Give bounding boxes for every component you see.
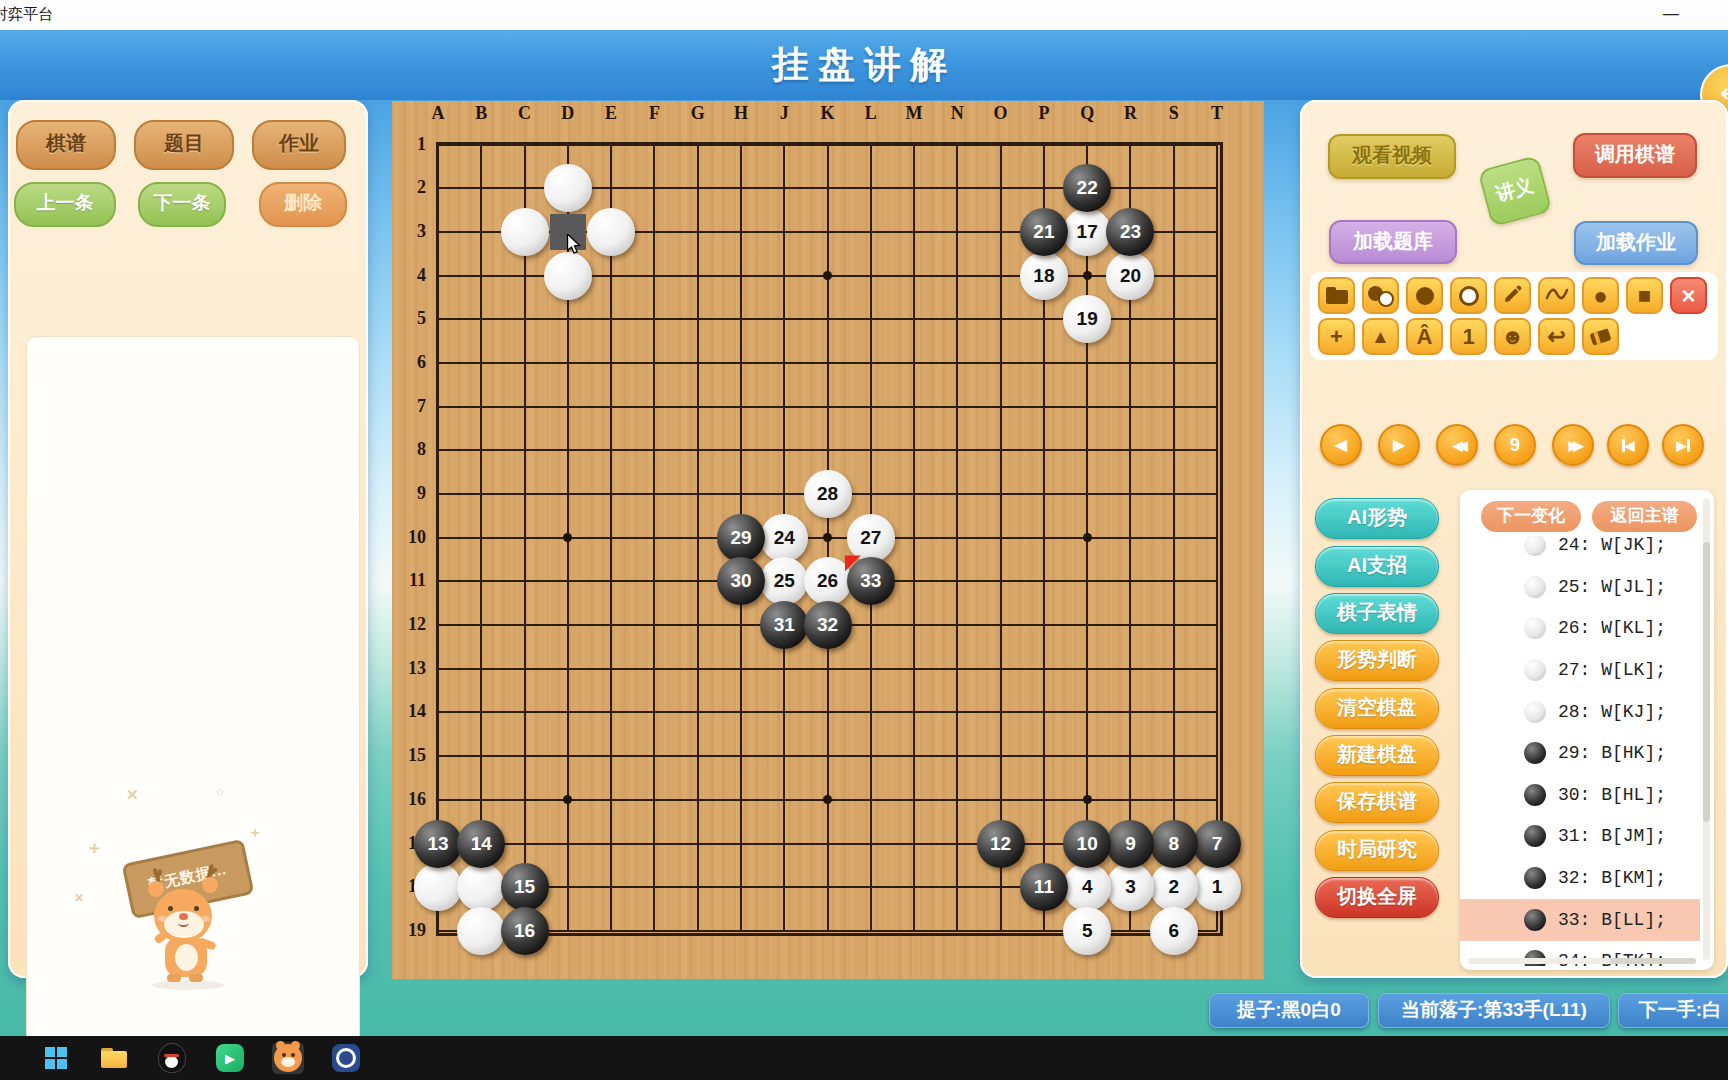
move-list-item[interactable]: 25: W[JL];: [1460, 566, 1700, 608]
stone-number: 25: [774, 570, 795, 592]
board-col-label: R: [1121, 103, 1139, 124]
next-player-status: 下一手:白: [1618, 993, 1728, 1028]
white-stone-icon: [1524, 701, 1546, 723]
number-1-glyph: 1: [1462, 326, 1474, 348]
star-point: [1083, 533, 1092, 542]
stone-P3[interactable]: 21: [1020, 208, 1068, 256]
smiley-icon[interactable]: ☻: [1494, 318, 1531, 355]
window-title: 对弈平台: [0, 5, 53, 24]
plus-icon[interactable]: +: [1318, 318, 1355, 355]
mascot-mouth: [178, 919, 189, 927]
screen-recorder-icon: [332, 1044, 360, 1072]
video-player-icon: ▶: [216, 1044, 244, 1072]
sparkle-decoration: ○: [216, 784, 224, 799]
move-text: 26: W[KL];: [1558, 618, 1666, 638]
white-stone-icon: [1524, 576, 1546, 598]
move-text: 32: B[KM];: [1558, 868, 1666, 888]
move-list-item[interactable]: 26: W[KL];: [1460, 607, 1700, 649]
stone-number: 30: [730, 570, 751, 592]
stone-number: 6: [1168, 920, 1179, 942]
captures-status: 提子:黑0白0: [1209, 993, 1369, 1028]
playback-controls: ◀▶◀◀ 9▶▶ ◀▶: [1320, 424, 1712, 468]
mascot-eye: [168, 906, 173, 911]
move-list-item[interactable]: 24: W[JK];: [1460, 536, 1700, 566]
tab-return-main-line[interactable]: 返回主谱: [1592, 501, 1697, 532]
stone-number: 20: [1120, 265, 1141, 287]
triangle-glyph: ▲: [1371, 327, 1390, 346]
stone-number: 5: [1082, 920, 1093, 942]
stone-number: 16: [514, 920, 535, 942]
stone-number: 4: [1082, 876, 1093, 898]
board-row-label: 2: [394, 177, 426, 198]
board-row-label: 1: [394, 134, 426, 155]
record-list-empty-area: ✕ ＋ ○ ＋ ✕ ○ 暂无数据...: [26, 336, 360, 1062]
jump-last-button[interactable]: ▶: [1662, 424, 1704, 466]
stone-number: 2: [1168, 876, 1179, 898]
number-1-icon[interactable]: 1: [1450, 318, 1487, 355]
stone-K12[interactable]: 32: [804, 601, 852, 649]
window-titlebar: 对弈平台 —: [0, 0, 1728, 31]
board-row-label: 16: [394, 789, 426, 810]
stone-Q3[interactable]: 17: [1063, 208, 1111, 256]
letter-a-glyph: Â: [1417, 326, 1433, 348]
nav-button-2[interactable]: 作业: [252, 120, 346, 170]
move-list[interactable]: 24: W[JK];25: W[JL];26: W[KL];27: W[LK];…: [1460, 536, 1700, 966]
stone-number: 31: [774, 614, 795, 636]
black-stone-glyph: [1416, 287, 1434, 305]
side-button-3[interactable]: 形势判断: [1315, 640, 1439, 681]
move-text: 31: B[JM];: [1558, 826, 1666, 846]
board-row-label: 11: [394, 570, 426, 591]
tool-button-column: AI形势AI支招棋子表情形势判断清空棋盘新建棋盘保存棋谱时局研究切换全屏: [1315, 498, 1437, 918]
last-move-marker: [845, 555, 861, 571]
stone-number: 24: [774, 527, 795, 549]
board-col-label: M: [905, 103, 923, 124]
mascot-shadow: [152, 980, 224, 990]
filled-circle-icon[interactable]: ●: [1582, 277, 1619, 314]
filled-circle-glyph: ●: [1593, 284, 1608, 308]
stone-T18[interactable]: 1: [1193, 863, 1241, 911]
pencil-glyph: [1503, 284, 1523, 308]
squiggle-glyph: [1545, 286, 1569, 306]
letter-a-icon[interactable]: Â: [1406, 318, 1443, 355]
mascot-ear: [148, 881, 164, 897]
white-stone-icon[interactable]: [1450, 277, 1487, 314]
move-list-item[interactable]: 28: W[KJ];: [1460, 691, 1700, 733]
plus-glyph: +: [1330, 326, 1343, 348]
board-row-label: 19: [394, 920, 426, 941]
side-button-6[interactable]: 保存棋谱: [1315, 782, 1439, 823]
move-list-item[interactable]: 29: B[HK];: [1460, 732, 1700, 774]
stone-number: 14: [471, 833, 492, 855]
stone-number: 21: [1033, 221, 1054, 243]
move-list-scroll-thumb[interactable]: [1703, 542, 1710, 822]
board-row-label: 14: [394, 701, 426, 722]
undo-icon[interactable]: ↩: [1538, 318, 1575, 355]
mascot-eye: [194, 906, 199, 911]
mascot-foot: [189, 974, 203, 982]
mascot-blush: [202, 916, 210, 922]
nav-button-1[interactable]: 题目: [134, 120, 234, 170]
stone-S18[interactable]: 2: [1150, 863, 1198, 911]
nav-button-0[interactable]: 棋谱: [16, 120, 116, 170]
move-list-hscroll-thumb[interactable]: [1610, 958, 1696, 964]
eraser-glyph: [1590, 328, 1612, 345]
annotation-toolbar: ●■×+▲Â1☻↩: [1310, 272, 1718, 360]
board-col-label: F: [645, 103, 663, 124]
filled-square-glyph: ■: [1638, 285, 1651, 307]
board-row-label: 7: [394, 396, 426, 417]
board-col-label: J: [775, 103, 793, 124]
board-row-label: 9: [394, 483, 426, 504]
move-list-panel: 下一变化 返回主谱 24: W[JK];25: W[JL];26: W[KL];…: [1460, 490, 1714, 970]
sparkle-decoration: ＋: [248, 824, 262, 842]
stone-Q19[interactable]: 5: [1063, 907, 1111, 955]
stone-number: 18: [1033, 265, 1054, 287]
taskbar-app-explorer[interactable]: [98, 1042, 130, 1074]
taskbar-app-screen-recorder[interactable]: [330, 1042, 362, 1074]
taskbar-app-start[interactable]: [40, 1042, 72, 1074]
stone-H10[interactable]: 29: [717, 514, 765, 562]
board-col-label: B: [472, 103, 490, 124]
stone-Q17[interactable]: 10: [1063, 820, 1111, 868]
stone-A18[interactable]: [414, 863, 462, 911]
white-stone-glyph: [1459, 286, 1479, 306]
black-stone-icon: [1524, 742, 1546, 764]
stone-S17[interactable]: 8: [1150, 820, 1198, 868]
board-col-label: T: [1208, 103, 1226, 124]
go-board[interactable]: ABCDEFGHJKLMNOPQRST123456789101112131415…: [392, 101, 1264, 979]
speed-button[interactable]: 9: [1494, 424, 1536, 466]
stone-number: 12: [990, 833, 1011, 855]
black-stone-icon: [1524, 784, 1546, 806]
stone-R17[interactable]: 9: [1106, 820, 1154, 868]
board-col-label: L: [862, 103, 880, 124]
stone-D2[interactable]: [544, 164, 592, 212]
black-stone-icon[interactable]: [1406, 277, 1443, 314]
mascot-foot: [167, 974, 181, 982]
board-col-label: O: [992, 103, 1010, 124]
stone-J10[interactable]: 24: [760, 514, 808, 562]
stone-T17[interactable]: 7: [1193, 820, 1241, 868]
windows-start-icon: [45, 1047, 67, 1069]
side-button-7[interactable]: 时局研究: [1315, 830, 1439, 871]
mouse-cursor: [566, 234, 582, 260]
stone-K9[interactable]: 28: [804, 470, 852, 518]
move-text: 27: W[LK];: [1558, 660, 1666, 680]
board-row-label: 10: [394, 527, 426, 548]
undo-glyph: ↩: [1547, 326, 1565, 348]
stone-number: 11: [1034, 876, 1054, 898]
white-stone-icon: [1524, 617, 1546, 639]
board-col-label: K: [819, 103, 837, 124]
stone-number: 27: [860, 527, 881, 549]
load-problems-button[interactable]: 加载题库: [1329, 220, 1457, 264]
stone-E3[interactable]: [587, 208, 635, 256]
stone-number: 13: [427, 833, 448, 855]
stone-number: 26: [817, 570, 838, 592]
stone-C19[interactable]: 16: [501, 907, 549, 955]
load-kifu-button[interactable]: 调用棋谱: [1573, 133, 1697, 178]
squiggle-icon[interactable]: [1538, 277, 1575, 314]
white-stone-icon: [1524, 536, 1546, 556]
black-stone-icon: [1524, 909, 1546, 931]
stone-number: 32: [817, 614, 838, 636]
board-col-label: E: [602, 103, 620, 124]
side-button-8[interactable]: 切换全屏: [1315, 877, 1439, 918]
move-text: 29: B[HK];: [1558, 743, 1666, 763]
stone-number: 10: [1077, 833, 1098, 855]
stone-number: 9: [1125, 833, 1136, 855]
eraser-icon[interactable]: [1582, 318, 1619, 355]
app-header: 挂盘讲解 ↩: [0, 30, 1728, 100]
move-list-item[interactable]: 33: B[LL];: [1460, 899, 1700, 941]
open-folder-glyph: [1326, 287, 1348, 304]
two-stones-glyph: [1368, 286, 1394, 306]
sparkle-decoration: ✕: [74, 891, 84, 905]
sparkle-decoration: ＋: [86, 836, 103, 859]
pencil-icon[interactable]: [1494, 277, 1531, 314]
stone-P4[interactable]: 18: [1020, 252, 1068, 300]
move-text: 28: W[KJ];: [1558, 702, 1666, 722]
stone-S19[interactable]: 6: [1150, 907, 1198, 955]
smiley-glyph: ☻: [1501, 326, 1524, 348]
action-button-1[interactable]: 下一条: [138, 182, 226, 227]
board-col-label: Q: [1078, 103, 1096, 124]
board-row-label: 13: [394, 658, 426, 679]
handout-button[interactable]: 讲义: [1478, 155, 1553, 227]
stone-P18[interactable]: 11: [1020, 863, 1068, 911]
stone-number: 15: [514, 876, 535, 898]
move-list-item[interactable]: 32: B[KM];: [1460, 857, 1700, 899]
board-col-label: D: [559, 103, 577, 124]
stone-number: 17: [1077, 221, 1098, 243]
stone-number: 22: [1077, 177, 1098, 199]
stone-C3[interactable]: [501, 208, 549, 256]
stone-B17[interactable]: 14: [457, 820, 505, 868]
stone-number: 29: [730, 527, 751, 549]
stone-number: 7: [1212, 833, 1223, 855]
board-col-label: H: [732, 103, 750, 124]
board-col-label: N: [948, 103, 966, 124]
current-move-status: 当前落子:第33手(L11): [1378, 993, 1610, 1028]
step-back-button[interactable]: ◀: [1320, 424, 1362, 466]
open-folder-icon[interactable]: [1318, 277, 1355, 314]
close-icon[interactable]: ×: [1670, 277, 1707, 314]
filled-square-icon[interactable]: ■: [1626, 277, 1663, 314]
file-explorer-icon: [101, 1048, 127, 1068]
move-text: 30: B[HL];: [1558, 785, 1666, 805]
sparkle-decoration: ✕: [126, 786, 139, 804]
board-col-label: A: [429, 103, 447, 124]
stone-number: 33: [860, 570, 881, 592]
move-text: 24: W[JK];: [1558, 536, 1666, 555]
page-title: 挂盘讲解: [0, 30, 1728, 100]
move-text: 25: W[JL];: [1558, 577, 1666, 597]
board-col-label: S: [1165, 103, 1183, 124]
move-list-item[interactable]: 27: W[LK];: [1460, 649, 1700, 691]
stone-K11[interactable]: 26: [804, 557, 852, 605]
black-stone-icon: [1524, 825, 1546, 847]
stone-number: 28: [817, 483, 838, 505]
go-app-icon: [274, 1044, 302, 1072]
jump-first-button[interactable]: ◀: [1607, 424, 1649, 466]
play-button[interactable]: ▶: [1378, 424, 1420, 466]
stone-B19[interactable]: [457, 907, 505, 955]
action-button-0[interactable]: 上一条: [14, 182, 116, 227]
board-row-label: 4: [394, 265, 426, 286]
board-row-label: 6: [394, 352, 426, 373]
taskbar-apps: ▶: [40, 1042, 362, 1074]
board-row-label: 15: [394, 745, 426, 766]
fast-forward-button[interactable]: ▶▶: [1552, 424, 1594, 466]
stone-L11[interactable]: 33: [847, 557, 895, 605]
two-stones-icon[interactable]: [1362, 277, 1399, 314]
stone-J12[interactable]: 31: [760, 601, 808, 649]
stone-number: 19: [1077, 308, 1098, 330]
mascot-blush: [158, 916, 166, 922]
board-row-label: 3: [394, 221, 426, 242]
taskbar-app-video-player[interactable]: ▶: [214, 1042, 246, 1074]
action-button-2[interactable]: 删除: [259, 182, 347, 227]
mascot-belly: [175, 944, 198, 971]
move-list-item[interactable]: 31: B[JM];: [1460, 815, 1700, 857]
stone-number: 23: [1120, 221, 1141, 243]
white-stone-icon: [1524, 659, 1546, 681]
triangle-icon[interactable]: ▲: [1362, 318, 1399, 355]
star-point: [1083, 795, 1092, 804]
board-row-label: 5: [394, 308, 426, 329]
taskbar-app-go-app[interactable]: [272, 1042, 304, 1074]
side-button-5[interactable]: 新建棋盘: [1315, 735, 1439, 776]
minimize-button[interactable]: —: [1648, 0, 1694, 29]
stone-H11[interactable]: 30: [717, 557, 765, 605]
mascot-ear: [202, 877, 218, 893]
stone-C18[interactable]: 15: [501, 863, 549, 911]
stone-A17[interactable]: 13: [414, 820, 462, 868]
left-sidebar: ✕ ＋ ○ ＋ ✕ ○ 暂无数据... 棋谱题目作业上一条下一条删除: [8, 100, 368, 978]
side-button-4[interactable]: 清空棋盘: [1315, 688, 1439, 729]
star-point: [1083, 271, 1092, 280]
tab-next-variation[interactable]: 下一变化: [1481, 501, 1581, 532]
stone-number: 8: [1168, 833, 1179, 855]
load-homework-button[interactable]: 加载作业: [1574, 221, 1698, 265]
board-row-label: 8: [394, 439, 426, 460]
stone-number: 3: [1125, 876, 1136, 898]
stone-number: 1: [1212, 876, 1223, 898]
stone-L10[interactable]: 27: [847, 514, 895, 562]
board-col-label: G: [689, 103, 707, 124]
taskbar: ▶ ∧ 中 S 14:21 2022/3/11: [0, 1036, 1728, 1080]
taskbar-app-qq[interactable]: [156, 1042, 188, 1074]
board-row-label: 12: [394, 614, 426, 635]
side-button-1[interactable]: AI支招: [1315, 546, 1439, 587]
stone-R4[interactable]: 20: [1106, 252, 1154, 300]
star-point: [823, 271, 832, 280]
board-col-label: C: [516, 103, 534, 124]
stone-O17[interactable]: 12: [977, 820, 1025, 868]
side-button-0[interactable]: AI形势: [1315, 498, 1439, 539]
black-stone-icon: [1524, 867, 1546, 889]
move-list-item[interactable]: 30: B[HL];: [1460, 774, 1700, 816]
rewind-button[interactable]: ◀◀: [1436, 424, 1478, 466]
side-button-2[interactable]: 棋子表情: [1315, 593, 1439, 634]
qq-penguin-icon: [158, 1043, 186, 1073]
watch-video-button[interactable]: 观看视频: [1328, 134, 1456, 179]
close-glyph: ×: [1681, 284, 1695, 308]
move-text: 33: B[LL];: [1558, 910, 1666, 930]
board-col-label: P: [1035, 103, 1053, 124]
